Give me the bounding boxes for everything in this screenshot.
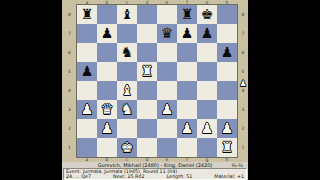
black-pawn[interactable]: ♟ (81, 62, 94, 81)
square-c7[interactable] (117, 24, 137, 43)
square-d1[interactable] (137, 138, 157, 157)
square-h8[interactable] (217, 5, 237, 24)
white-rook[interactable]: ♜ (141, 62, 154, 81)
black-king[interactable]: ♚ (201, 5, 214, 24)
white-pawn[interactable]: ♟ (201, 119, 214, 138)
square-a7[interactable] (77, 24, 97, 43)
square-a8[interactable]: ♜ (77, 5, 97, 24)
status-bar: Gurevich, Mikhail (2480) - King, Daniel … (62, 162, 248, 180)
square-b6[interactable] (97, 43, 117, 62)
square-g2[interactable]: ♟ (197, 119, 217, 138)
white-king[interactable]: ♚ (121, 138, 134, 157)
square-e5[interactable] (157, 62, 177, 81)
rank-label-1: 1 (238, 138, 248, 157)
square-h3[interactable] (217, 100, 237, 119)
material-pawn-icon: ♟ (238, 79, 248, 89)
white-pawn[interactable]: ♟ (101, 119, 114, 138)
square-b1[interactable] (97, 138, 117, 157)
white-pawn[interactable]: ♟ (221, 119, 234, 138)
black-pawn[interactable]: ♟ (101, 24, 114, 43)
rank-label-2: 2 (62, 119, 77, 138)
square-c3[interactable]: ♞ (117, 100, 137, 119)
square-h7[interactable] (217, 24, 237, 43)
square-f6[interactable] (177, 43, 197, 62)
square-d2[interactable] (137, 119, 157, 138)
square-e8[interactable] (157, 5, 177, 24)
square-a2[interactable] (77, 119, 97, 138)
white-pawn[interactable]: ♟ (81, 100, 94, 119)
square-c8[interactable]: ♝ (117, 5, 137, 24)
players-text: Gurevich, Mikhail (2480) - King, Daniel … (98, 162, 213, 168)
square-h5[interactable] (217, 62, 237, 81)
app-window: abcdefgh ♜♝♜♚♟♛♟♟♞♟♟♜♝♟♛♞♟♟♟♟♟♚♜ abcdefg… (0, 0, 320, 180)
square-a4[interactable] (77, 81, 97, 100)
next-move-text: Next: 25.Rd2 (113, 174, 144, 179)
square-c1[interactable]: ♚ (117, 138, 137, 157)
square-d7[interactable] (137, 24, 157, 43)
black-pawn[interactable]: ♟ (221, 43, 234, 62)
square-c2[interactable] (117, 119, 137, 138)
square-f3[interactable] (177, 100, 197, 119)
square-e7[interactable]: ♛ (157, 24, 177, 43)
left-letterbox (0, 0, 62, 180)
square-d5[interactable]: ♜ (137, 62, 157, 81)
board-frame: abcdefgh ♜♝♜♚♟♛♟♟♞♟♟♜♝♟♛♞♟♟♟♟♟♚♜ abcdefg… (62, 0, 248, 162)
square-f1[interactable] (177, 138, 197, 157)
square-h1[interactable]: ♜ (217, 138, 237, 157)
white-rook[interactable]: ♜ (221, 138, 234, 157)
white-knight[interactable]: ♞ (121, 100, 134, 119)
square-g8[interactable]: ♚ (197, 5, 217, 24)
square-h6[interactable]: ♟ (217, 43, 237, 62)
black-pawn[interactable]: ♟ (201, 24, 214, 43)
square-g6[interactable] (197, 43, 217, 62)
square-c6[interactable]: ♞ (117, 43, 137, 62)
square-h2[interactable]: ♟ (217, 119, 237, 138)
square-g3[interactable] (197, 100, 217, 119)
square-g5[interactable] (197, 62, 217, 81)
last-move-text: 24. ... Qe7 (66, 174, 91, 179)
rank-label-6: 6 (62, 43, 77, 62)
rank-label-3: 3 (238, 100, 248, 119)
square-e4[interactable] (157, 81, 177, 100)
material-text: Material: +1 (214, 174, 244, 179)
square-g1[interactable] (197, 138, 217, 157)
rank-label-1: 1 (62, 138, 77, 157)
game-info-box: Event: Jurmala, Jurmala (1985), Round 11… (63, 168, 247, 180)
rank-label-8: 8 (238, 5, 248, 24)
square-e2[interactable] (157, 119, 177, 138)
rank-label-8: 8 (62, 5, 77, 24)
rank-label-7: 7 (238, 24, 248, 43)
square-b3[interactable]: ♛ (97, 100, 117, 119)
chess-board[interactable]: ♜♝♜♚♟♛♟♟♞♟♟♜♝♟♛♞♟♟♟♟♟♚♜ (77, 5, 237, 157)
rank-label-6: 6 (238, 43, 248, 62)
square-f4[interactable] (177, 81, 197, 100)
square-g7[interactable]: ♟ (197, 24, 217, 43)
rank-label-2: 2 (238, 119, 248, 138)
square-b5[interactable] (97, 62, 117, 81)
square-a6[interactable] (77, 43, 97, 62)
white-queen[interactable]: ♛ (101, 100, 114, 119)
square-d3[interactable] (137, 100, 157, 119)
white-pawn[interactable]: ♟ (161, 100, 174, 119)
black-rook[interactable]: ♜ (81, 5, 94, 24)
white-pawn[interactable]: ♟ (181, 119, 194, 138)
right-letterbox (248, 0, 320, 180)
square-d6[interactable] (137, 43, 157, 62)
square-a1[interactable] (77, 138, 97, 157)
square-d4[interactable] (137, 81, 157, 100)
square-b7[interactable]: ♟ (97, 24, 117, 43)
square-f5[interactable] (177, 62, 197, 81)
square-a3[interactable]: ♟ (77, 100, 97, 119)
square-b4[interactable] (97, 81, 117, 100)
black-knight[interactable]: ♞ (121, 43, 134, 62)
square-a5[interactable]: ♟ (77, 62, 97, 81)
square-c4[interactable]: ♝ (117, 81, 137, 100)
white-bishop[interactable]: ♝ (121, 81, 134, 100)
square-d8[interactable] (137, 5, 157, 24)
square-e3[interactable]: ♟ (157, 100, 177, 119)
rank-label-5: 5 (62, 62, 77, 81)
square-f8[interactable]: ♜ (177, 5, 197, 24)
black-queen[interactable]: ♛ (161, 24, 174, 43)
square-f7[interactable]: ♟ (177, 24, 197, 43)
black-pawn[interactable]: ♟ (181, 24, 194, 43)
rank-label-4: 4 (62, 81, 77, 100)
black-bishop[interactable]: ♝ (121, 5, 134, 24)
square-h4[interactable] (217, 81, 237, 100)
square-e6[interactable] (157, 43, 177, 62)
result-text: ½-½ (232, 162, 244, 168)
square-b8[interactable] (97, 5, 117, 24)
rank-label-3: 3 (62, 100, 77, 119)
length-text: Length: 51 (166, 174, 192, 179)
rank-label-7: 7 (62, 24, 77, 43)
square-b2[interactable]: ♟ (97, 119, 117, 138)
square-f2[interactable]: ♟ (177, 119, 197, 138)
black-rook[interactable]: ♜ (181, 5, 194, 24)
square-g4[interactable] (197, 81, 217, 100)
square-c5[interactable] (117, 62, 137, 81)
rank-labels-left: 87654321 (62, 5, 77, 157)
square-e1[interactable] (157, 138, 177, 157)
